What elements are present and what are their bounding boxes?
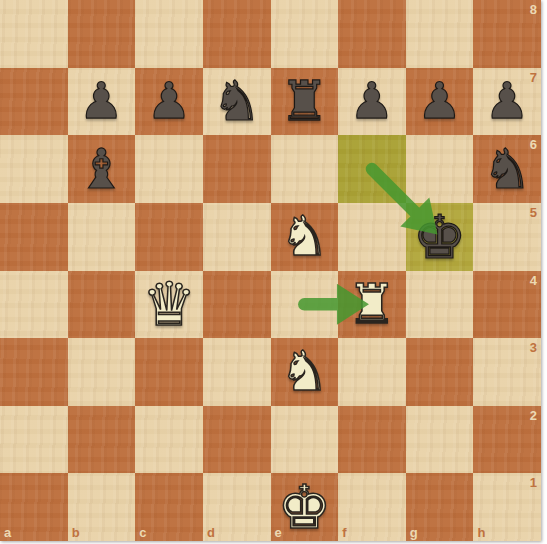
square-c6[interactable] <box>135 135 203 203</box>
square-b2[interactable] <box>68 406 136 474</box>
square-a3[interactable] <box>0 338 68 406</box>
square-e5[interactable]: ♞ <box>271 203 339 271</box>
square-a1[interactable]: a <box>0 473 68 541</box>
square-e7[interactable]: ♜ <box>271 68 339 136</box>
square-a5[interactable] <box>0 203 68 271</box>
file-label-d: d <box>207 526 215 539</box>
square-h1[interactable]: h1 <box>473 473 541 541</box>
rank-label-8: 8 <box>530 3 537 16</box>
rank-label-4: 4 <box>530 274 537 287</box>
piece-white-rook[interactable]: ♜ <box>338 271 406 339</box>
square-g3[interactable] <box>406 338 474 406</box>
piece-black-pawn[interactable]: ♟ <box>135 68 203 136</box>
file-label-g: g <box>410 526 418 539</box>
square-f1[interactable]: f <box>338 473 406 541</box>
piece-black-pawn[interactable]: ♟ <box>406 68 474 136</box>
square-e6[interactable] <box>271 135 339 203</box>
square-b6[interactable]: ♝ <box>68 135 136 203</box>
rank-label-2: 2 <box>530 409 537 422</box>
square-g4[interactable] <box>406 271 474 339</box>
square-g1[interactable]: g <box>406 473 474 541</box>
square-g8[interactable] <box>406 0 474 68</box>
square-b5[interactable] <box>68 203 136 271</box>
square-f6[interactable] <box>338 135 406 203</box>
page: 8♟♟♞♜♟♟♟7♝♞6♞♚5♛♜4♞32abcd♚efgh1 <box>0 0 547 544</box>
square-d7[interactable]: ♞ <box>203 68 271 136</box>
square-b8[interactable] <box>68 0 136 68</box>
square-d5[interactable] <box>203 203 271 271</box>
square-f8[interactable] <box>338 0 406 68</box>
square-c8[interactable] <box>135 0 203 68</box>
square-e3[interactable]: ♞ <box>271 338 339 406</box>
piece-black-rook[interactable]: ♜ <box>271 68 339 136</box>
square-f3[interactable] <box>338 338 406 406</box>
piece-white-queen[interactable]: ♛ <box>135 271 203 339</box>
piece-white-knight[interactable]: ♞ <box>271 338 339 406</box>
rank-label-3: 3 <box>530 341 537 354</box>
square-c4[interactable]: ♛ <box>135 271 203 339</box>
square-e4[interactable] <box>271 271 339 339</box>
square-a7[interactable] <box>0 68 68 136</box>
file-label-b: b <box>72 526 80 539</box>
square-f5[interactable] <box>338 203 406 271</box>
square-c7[interactable]: ♟ <box>135 68 203 136</box>
rank-label-1: 1 <box>530 476 537 489</box>
file-label-c: c <box>139 526 146 539</box>
square-d8[interactable] <box>203 0 271 68</box>
square-a6[interactable] <box>0 135 68 203</box>
piece-black-pawn[interactable]: ♟ <box>473 68 541 136</box>
rank-label-5: 5 <box>530 206 537 219</box>
square-b1[interactable]: b <box>68 473 136 541</box>
chess-board: 8♟♟♞♜♟♟♟7♝♞6♞♚5♛♜4♞32abcd♚efgh1 <box>0 0 541 541</box>
file-label-a: a <box>4 526 11 539</box>
file-label-f: f <box>342 526 346 539</box>
piece-black-pawn[interactable]: ♟ <box>68 68 136 136</box>
square-f4[interactable]: ♜ <box>338 271 406 339</box>
square-c5[interactable] <box>135 203 203 271</box>
square-g2[interactable] <box>406 406 474 474</box>
piece-black-king[interactable]: ♚ <box>406 203 474 271</box>
piece-black-knight[interactable]: ♞ <box>473 135 541 203</box>
square-c1[interactable]: c <box>135 473 203 541</box>
square-d3[interactable] <box>203 338 271 406</box>
square-c3[interactable] <box>135 338 203 406</box>
square-a2[interactable] <box>0 406 68 474</box>
square-d4[interactable] <box>203 271 271 339</box>
square-h4[interactable]: 4 <box>473 271 541 339</box>
square-e1[interactable]: ♚e <box>271 473 339 541</box>
square-h7[interactable]: ♟7 <box>473 68 541 136</box>
square-f7[interactable]: ♟ <box>338 68 406 136</box>
square-g6[interactable] <box>406 135 474 203</box>
square-h6[interactable]: ♞6 <box>473 135 541 203</box>
square-g7[interactable]: ♟ <box>406 68 474 136</box>
piece-black-pawn[interactable]: ♟ <box>338 68 406 136</box>
square-e2[interactable] <box>271 406 339 474</box>
square-a4[interactable] <box>0 271 68 339</box>
square-d6[interactable] <box>203 135 271 203</box>
file-label-h: h <box>477 526 485 539</box>
square-b7[interactable]: ♟ <box>68 68 136 136</box>
square-d2[interactable] <box>203 406 271 474</box>
square-h5[interactable]: 5 <box>473 203 541 271</box>
square-b3[interactable] <box>68 338 136 406</box>
square-h8[interactable]: 8 <box>473 0 541 68</box>
square-g5[interactable]: ♚ <box>406 203 474 271</box>
piece-white-king[interactable]: ♚ <box>271 473 339 541</box>
square-e8[interactable] <box>271 0 339 68</box>
square-h2[interactable]: 2 <box>473 406 541 474</box>
piece-black-knight[interactable]: ♞ <box>203 68 271 136</box>
piece-black-bishop[interactable]: ♝ <box>68 135 136 203</box>
square-a8[interactable] <box>0 0 68 68</box>
piece-white-knight[interactable]: ♞ <box>271 203 339 271</box>
square-f2[interactable] <box>338 406 406 474</box>
square-b4[interactable] <box>68 271 136 339</box>
square-h3[interactable]: 3 <box>473 338 541 406</box>
square-d1[interactable]: d <box>203 473 271 541</box>
square-c2[interactable] <box>135 406 203 474</box>
